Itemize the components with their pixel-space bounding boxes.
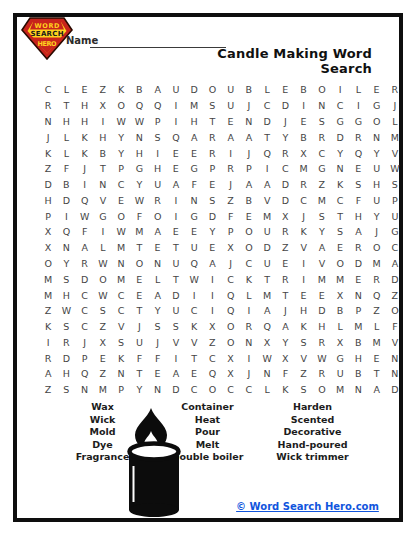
grid-cell-r19c6: T [130,366,148,382]
grid-cell-r6c19: U [368,161,386,177]
grid-cell-r11c2: N [57,240,75,256]
grid-cell-r18c7: F [149,350,167,366]
grid-cell-r2c20: J [386,98,404,114]
grid-cell-r17c9: V [185,335,203,351]
grid-cell-r18c18: H [349,350,367,366]
grid-cell-r1c4: Z [94,82,112,98]
grid-cell-r15c4: S [94,303,112,319]
grid-cell-r5c19: Y [368,145,386,161]
grid-cell-r16c12: R [240,319,258,335]
grid-cell-r16c4: Z [94,319,112,335]
grid-cell-r13c15: I [295,271,313,287]
grid-cell-r8c17: C [331,192,349,208]
grid-cell-r18c10: C [203,350,221,366]
grid-cell-r17c4: X [94,335,112,351]
grid-cell-r17c8: V [167,335,185,351]
grid-cell-r17c13: X [258,335,276,351]
grid-cell-r14c3: C [76,287,94,303]
grid-cell-r8c18: F [349,192,367,208]
grid-cell-r16c8: S [167,319,185,335]
grid-cell-r19c2: H [57,366,75,382]
grid-cell-r15c8: U [167,303,185,319]
grid-cell-r9c20: U [386,208,404,224]
grid-cell-r20c9: C [185,382,203,398]
grid-cell-r1c12: B [240,82,258,98]
grid-cell-r7c3: I [76,177,94,193]
grid-cell-r1c10: O [203,82,221,98]
grid-cell-r3c6: W [130,114,148,130]
grid-cell-r13c17: M [331,271,349,287]
grid-cell-r4c8: Q [167,129,185,145]
grid-cell-r16c16: H [313,319,331,335]
grid-cell-r10c18: A [349,224,367,240]
grid-cell-r8c7: R [149,192,167,208]
grid-cell-r3c16: S [313,114,331,130]
grid-cell-r18c19: E [368,350,386,366]
grid-cell-r6c9: G [185,161,203,177]
grid-cell-r14c9: I [185,287,203,303]
grid-cell-r1c13: L [258,82,276,98]
grid-cell-r1c14: E [276,82,294,98]
candle-icon [126,404,182,520]
grid-cell-r10c2: Q [57,224,75,240]
grid-cell-r19c7: E [149,366,167,382]
grid-cell-r1c7: A [149,82,167,98]
grid-cell-r15c3: C [76,303,94,319]
grid-cell-r5c17: Y [331,145,349,161]
grid-cell-r10c19: J [368,224,386,240]
grid-cell-r7c16: Z [313,177,331,193]
worksheet-page: WORD SEARCH HERO Name Candle Making Word… [0,0,416,539]
grid-cell-r17c7: J [149,335,167,351]
word-item: Harden [250,401,375,414]
grid-cell-r19c9: E [185,366,203,382]
grid-cell-r17c12: N [240,335,258,351]
grid-cell-r15c19: Z [368,303,386,319]
grid-cell-r7c15: R [295,177,313,193]
grid-cell-r11c8: T [167,240,185,256]
grid-cell-r18c1: R [39,350,57,366]
grid-cell-r8c8: I [167,192,185,208]
grid-cell-r12c19: M [368,256,386,272]
grid-cell-r9c1: P [39,208,57,224]
grid-cell-r12c16: V [313,256,331,272]
grid-cell-r17c5: S [112,335,130,351]
grid-cell-r8c9: N [185,192,203,208]
grid-cell-r14c20: Z [386,287,404,303]
grid-cell-r15c7: Y [149,303,167,319]
grid-cell-r8c16: M [313,192,331,208]
grid-cell-r20c20: D [386,382,404,398]
grid-cell-r19c3: Q [76,366,94,382]
grid-cell-r17c18: B [349,335,367,351]
grid-cell-r5c10: R [203,145,221,161]
grid-cell-r18c13: W [258,350,276,366]
grid-cell-r1c18: L [349,82,367,98]
grid-cell-r7c12: A [240,177,258,193]
grid-cell-r2c13: C [258,98,276,114]
grid-cell-r18c16: W [313,350,331,366]
grid-cell-r10c17: S [331,224,349,240]
grid-cell-r20c7: N [149,382,167,398]
grid-cell-r8c3: Q [76,192,94,208]
grid-cell-r19c16: R [313,366,331,382]
grid-cell-r6c13: I [258,161,276,177]
word-item: Hand-poured [250,439,375,452]
grid-cell-r9c11: F [222,208,240,224]
grid-cell-r14c13: M [258,287,276,303]
grid-cell-r16c20: F [386,319,404,335]
grid-cell-r5c15: X [295,145,313,161]
grid-cell-r18c11: X [222,350,240,366]
grid-cell-r11c6: T [130,240,148,256]
grid-cell-r9c12: E [240,208,258,224]
grid-cell-r15c9: C [185,303,203,319]
grid-cell-r14c19: Q [368,287,386,303]
grid-cell-r6c12: P [240,161,258,177]
grid-cell-r18c4: E [94,350,112,366]
grid-cell-r3c19: O [368,114,386,130]
grid-cell-r11c4: L [94,240,112,256]
grid-cell-r19c4: Z [94,366,112,382]
grid-cell-r16c17: L [331,319,349,335]
grid-cell-r12c17: O [331,256,349,272]
grid-cell-r2c9: M [185,98,203,114]
grid-cell-r9c4: G [94,208,112,224]
grid-cell-r19c20: N [386,366,404,382]
grid-cell-r4c12: A [240,129,258,145]
grid-cell-r13c20: D [386,271,404,287]
grid-cell-r4c2: L [57,129,75,145]
grid-cell-r17c15: S [295,335,313,351]
grid-cell-r16c10: X [203,319,221,335]
grid-cell-r17c2: R [57,335,75,351]
grid-cell-r10c8: E [167,224,185,240]
grid-cell-r19c8: A [167,366,185,382]
grid-cell-r7c9: F [185,177,203,193]
grid-cell-r2c3: H [76,98,94,114]
grid-cell-r8c5: E [112,192,130,208]
grid-cell-r19c12: J [240,366,258,382]
footer-link[interactable]: © Word Search Hero.com [235,501,380,512]
grid-cell-r9c17: T [331,208,349,224]
grid-cell-r3c11: E [222,114,240,130]
grid-cell-r8c19: U [368,192,386,208]
grid-cell-r9c15: J [295,208,313,224]
grid-cell-r14c15: E [295,287,313,303]
grid-cell-r6c4: T [94,161,112,177]
candle-body [129,455,179,510]
grid-cell-r13c16: M [313,271,331,287]
grid-cell-r2c14: D [276,98,294,114]
grid-cell-r14c14: T [276,287,294,303]
grid-cell-r3c1: N [39,114,57,130]
grid-cell-r6c20: W [386,161,404,177]
grid-cell-r6c16: G [313,161,331,177]
grid-cell-r12c15: I [295,256,313,272]
grid-cell-r11c18: R [349,240,367,256]
grid-cell-r7c17: K [331,177,349,193]
grid-cell-r12c8: U [167,256,185,272]
grid-cell-r1c17: I [331,82,349,98]
grid-cell-r10c12: O [240,224,258,240]
grid-cell-r11c11: X [222,240,240,256]
grid-cell-r14c1: M [39,287,57,303]
grid-cell-r14c8: D [167,287,185,303]
grid-cell-r3c18: G [349,114,367,130]
grid-cell-r20c18: N [349,382,367,398]
page-title: Candle Making Word Search [172,46,372,76]
grid-cell-r11c19: O [368,240,386,256]
grid-cell-r8c1: H [39,192,57,208]
grid-cell-r3c12: N [240,114,258,130]
grid-cell-r6c18: E [349,161,367,177]
grid-cell-r13c1: M [39,271,57,287]
grid-cell-r14c12: L [240,287,258,303]
grid-cell-r13c18: E [349,271,367,287]
grid-cell-r7c18: S [349,177,367,193]
grid-cell-r15c5: C [112,303,130,319]
grid-cell-r2c19: G [368,98,386,114]
grid-cell-r2c11: U [222,98,240,114]
grid-cell-r19c19: T [368,366,386,382]
grid-cell-r3c5: W [112,114,130,130]
grid-cell-r4c1: J [39,129,57,145]
grid-cell-r16c9: K [185,319,203,335]
grid-cell-r2c2: T [57,98,75,114]
grid-cell-r14c5: C [112,287,130,303]
grid-cell-r5c5: Y [112,145,130,161]
grid-cell-r9c8: I [167,208,185,224]
grid-cell-r4c20: M [386,129,404,145]
grid-cell-r2c15: I [295,98,313,114]
grid-cell-r16c5: V [112,319,130,335]
grid-cell-r10c10: Y [203,224,221,240]
grid-cell-r16c7: S [149,319,167,335]
grid-cell-r12c20: A [386,256,404,272]
grid-cell-r1c15: B [295,82,313,98]
grid-cell-r3c14: J [276,114,294,130]
grid-cell-r9c7: O [149,208,167,224]
grid-cell-r3c20: L [386,114,404,130]
grid-cell-r2c8: I [167,98,185,114]
grid-cell-r16c14: A [276,319,294,335]
grid-cell-r6c6: G [130,161,148,177]
grid-cell-r3c13: D [258,114,276,130]
grid-cell-r20c8: D [167,382,185,398]
grid-cell-r5c6: H [130,145,148,161]
grid-cell-r7c10: E [203,177,221,193]
grid-cell-r19c10: Q [203,366,221,382]
grid-cell-r12c18: D [349,256,367,272]
grid-cell-r16c19: L [368,319,386,335]
grid-cell-r7c20: S [386,177,404,193]
grid-cell-r16c18: M [349,319,367,335]
grid-cell-r9c5: O [112,208,130,224]
grid-cell-r11c10: E [203,240,221,256]
grid-cell-r5c3: K [76,145,94,161]
grid-cell-r20c1: Z [39,382,57,398]
grid-cell-r8c11: Z [222,192,240,208]
grid-cell-r18c20: N [386,350,404,366]
grid-cell-r6c2: F [57,161,75,177]
grid-cell-r11c16: A [313,240,331,256]
grid-cell-r5c18: Q [349,145,367,161]
grid-cell-r9c16: S [313,208,331,224]
grid-cell-r20c15: S [295,382,313,398]
grid-cell-r1c11: U [222,82,240,98]
grid-cell-r12c4: W [94,256,112,272]
grid-cell-r18c5: K [112,350,130,366]
grid-cell-r1c2: L [57,82,75,98]
grid-cell-r20c16: O [313,382,331,398]
grid-cell-r12c1: O [39,256,57,272]
grid-cell-r20c12: C [240,382,258,398]
word-item: Scented [250,414,375,427]
grid-cell-r1c5: K [112,82,130,98]
grid-cell-r8c20: P [386,192,404,208]
grid-cell-r1c19: E [368,82,386,98]
grid-cell-r15c12: I [240,303,258,319]
grid-cell-r11c13: D [258,240,276,256]
grid-cell-r9c3: W [76,208,94,224]
grid-cell-r10c14: R [276,224,294,240]
grid-cell-r12c11: J [222,256,240,272]
grid-cell-r3c2: H [57,114,75,130]
grid-cell-r9c6: F [130,208,148,224]
grid-cell-r5c8: E [167,145,185,161]
grid-cell-r17c14: Y [276,335,294,351]
grid-cell-r7c6: Y [130,177,148,193]
word-item: Decorative [250,426,375,439]
grid-cell-r7c19: H [368,177,386,193]
grid-cell-r6c15: M [295,161,313,177]
grid-cell-r11c9: U [185,240,203,256]
logo-line-search: SEARCH [31,30,64,38]
grid-cell-r10c3: F [76,224,94,240]
grid-cell-r4c14: Y [276,129,294,145]
grid-cell-r2c6: Q [130,98,148,114]
grid-cell-r6c7: H [149,161,167,177]
grid-cell-r5c4: B [94,145,112,161]
grid-cell-r14c11: Q [222,287,240,303]
grid-cell-r16c13: Q [258,319,276,335]
grid-cell-r1c1: C [39,82,57,98]
grid-cell-r20c2: S [57,382,75,398]
grid-cell-r19c17: U [331,366,349,382]
grid-cell-r18c17: G [331,350,349,366]
grid-cell-r2c16: N [313,98,331,114]
grid-cell-r6c10: P [203,161,221,177]
grid-cell-r4c5: Y [112,129,130,145]
grid-cell-r4c19: N [368,129,386,145]
grid-cell-r1c6: B [130,82,148,98]
grid-cell-r6c17: N [331,161,349,177]
grid-cell-r11c20: C [386,240,404,256]
grid-cell-r11c15: V [295,240,313,256]
grid-cell-r10c13: U [258,224,276,240]
grid-cell-r17c1: I [39,335,57,351]
grid-cell-r16c11: O [222,319,240,335]
grid-cell-r12c12: C [240,256,258,272]
grid-cell-r7c5: C [112,177,130,193]
grid-cell-r19c1: A [39,366,57,382]
grid-cell-r20c11: C [222,382,240,398]
grid-cell-r10c7: A [149,224,167,240]
grid-cell-r20c10: O [203,382,221,398]
grid-cell-r15c14: J [276,303,294,319]
grid-cell-r4c7: S [149,129,167,145]
grid-cell-r3c15: E [295,114,313,130]
grid-cell-r8c13: V [258,192,276,208]
grid-cell-r13c3: D [76,271,94,287]
grid-cell-r8c4: V [94,192,112,208]
grid-cell-r18c3: P [76,350,94,366]
grid-cell-r13c10: I [203,271,221,287]
grid-cell-r19c14: F [276,366,294,382]
grid-cell-r1c16: O [313,82,331,98]
grid-cell-r20c5: P [112,382,130,398]
grid-cell-r11c3: A [76,240,94,256]
grid-cell-r2c1: R [39,98,57,114]
grid-cell-r12c6: O [130,256,148,272]
grid-cell-r8c2: D [57,192,75,208]
grid-cell-r12c10: A [203,256,221,272]
grid-cell-r17c20: V [386,335,404,351]
grid-cell-r16c15: K [295,319,313,335]
grid-cell-r7c11: J [222,177,240,193]
grid-cell-r7c13: A [258,177,276,193]
grid-cell-r13c9: W [185,271,203,287]
grid-cell-r12c13: U [258,256,276,272]
grid-cell-r9c14: X [276,208,294,224]
grid-cell-r4c6: N [130,129,148,145]
grid-cell-r17c3: J [76,335,94,351]
grid-cell-r18c12: I [240,350,258,366]
grid-cell-r13c14: R [276,271,294,287]
grid-cell-r8c6: W [130,192,148,208]
grid-cell-r20c14: K [276,382,294,398]
grid-cell-r8c10: S [203,192,221,208]
grid-cell-r15c18: P [349,303,367,319]
grid-cell-r11c7: E [149,240,167,256]
grid-cell-r13c6: E [130,271,148,287]
grid-cell-r8c12: B [240,192,258,208]
grid-cell-r5c14: R [276,145,294,161]
grid-cell-r14c18: N [349,287,367,303]
grid-cell-r15c20: O [386,303,404,319]
grid-cell-r8c14: D [276,192,294,208]
grid-cell-r2c7: Q [149,98,167,114]
grid-cell-r10c5: W [112,224,130,240]
grid-cell-r12c7: N [149,256,167,272]
candle-bottom [129,503,179,517]
grid-cell-r12c9: Q [185,256,203,272]
grid-cell-r20c19: A [368,382,386,398]
grid-cell-r16c2: S [57,319,75,335]
grid-cell-r9c13: M [258,208,276,224]
grid-cell-r17c19: M [368,335,386,351]
grid-cell-r13c11: C [222,271,240,287]
grid-cell-r3c3: H [76,114,94,130]
grid-cell-r2c5: O [112,98,130,114]
grid-cell-r2c18: I [349,98,367,114]
grid-cell-r5c2: L [57,145,75,161]
grid-cell-r2c12: J [240,98,258,114]
grid-cell-r1c8: U [167,82,185,98]
grid-cell-r20c3: N [76,382,94,398]
grid-cell-r13c12: K [240,271,258,287]
